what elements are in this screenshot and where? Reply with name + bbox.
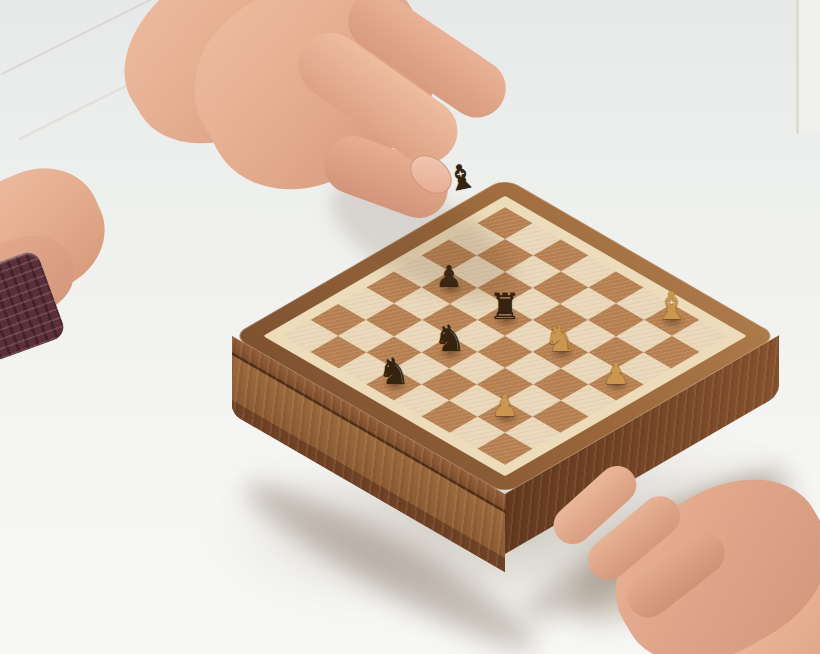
- chess-piece-black-knight[interactable]: ♞: [371, 354, 418, 390]
- chess-piece-white-pawn[interactable]: ♟: [597, 359, 636, 389]
- chess-piece-white-pawn[interactable]: ♟: [486, 391, 525, 421]
- chess-piece-white-knight[interactable]: ♞: [537, 322, 584, 358]
- chess-piece-black-knight[interactable]: ♞: [426, 322, 473, 358]
- window-frame-right-panel: [799, 0, 820, 134]
- chess-piece-white-bishop[interactable]: ♝: [647, 288, 696, 326]
- scene: ♝♟♜♞♟♞♟♞ ♝: [0, 0, 820, 654]
